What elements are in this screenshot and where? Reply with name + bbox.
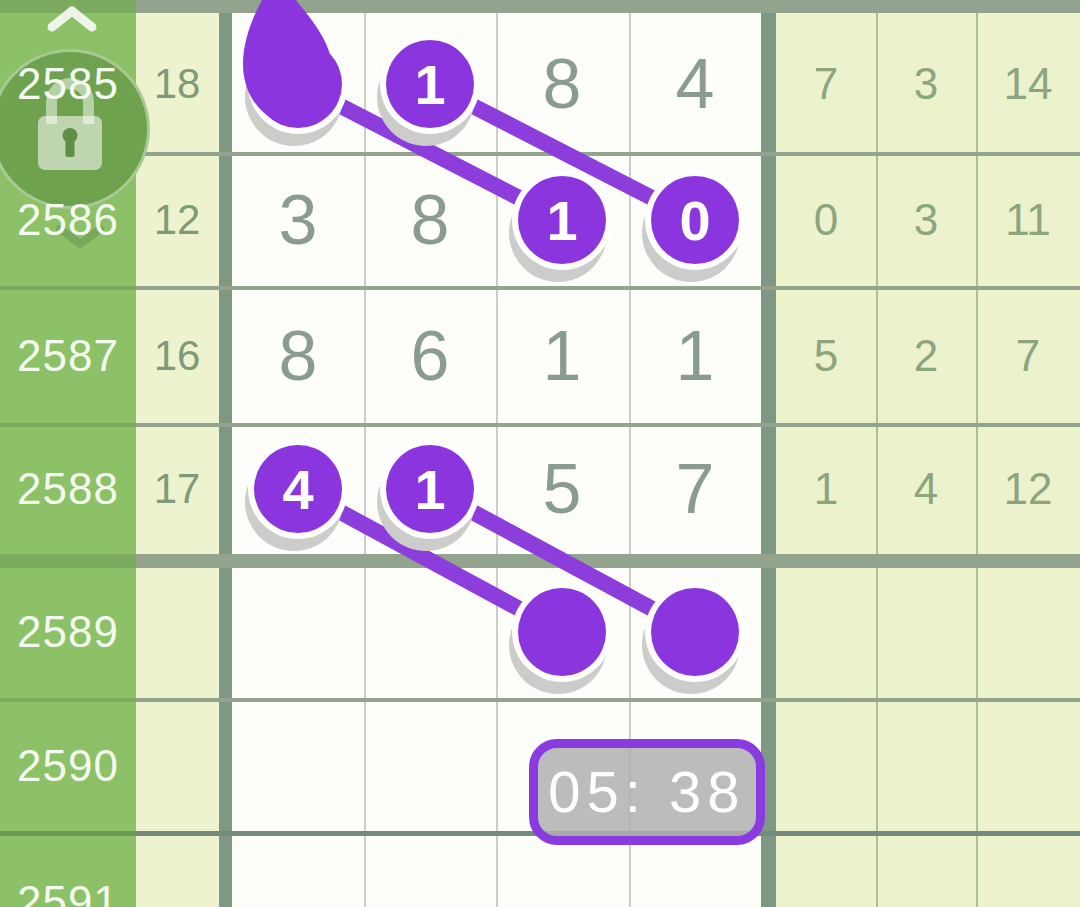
issue-label: 2588 — [17, 467, 119, 511]
selected-digit-circle[interactable] — [254, 445, 342, 533]
left-divider — [219, 0, 232, 907]
countdown-value: 05: 38 — [548, 763, 745, 821]
digit-cell[interactable]: 6 — [411, 321, 450, 391]
digit-cell[interactable]: 8 — [543, 49, 582, 119]
digit-cell[interactable]: 5 — [543, 454, 582, 524]
issue-label: 2585 — [17, 62, 119, 106]
column-border — [496, 13, 498, 907]
extra-cell: 4 — [914, 467, 938, 511]
issue-label: 2589 — [17, 610, 119, 654]
issue-label: 2587 — [17, 334, 119, 378]
digit-cell[interactable]: 1 — [543, 321, 582, 391]
stats-area-bg — [776, 0, 1080, 907]
selected-digit-circle[interactable] — [518, 176, 606, 264]
pending-dot[interactable] — [651, 588, 739, 676]
column-border — [364, 13, 366, 907]
extra-cell: 12 — [1004, 467, 1053, 511]
row-border — [0, 698, 1080, 702]
extra-cell: 1 — [814, 467, 838, 511]
row-border — [0, 0, 1080, 13]
digit-cell[interactable]: 8 — [411, 185, 450, 255]
row-border — [0, 423, 1080, 427]
sum-cell: 17 — [154, 468, 201, 510]
row-border — [0, 286, 1080, 290]
sum-cell: 16 — [154, 335, 201, 377]
column-border — [876, 13, 878, 907]
sum-cell: 18 — [154, 63, 201, 105]
extra-cell: 3 — [914, 198, 938, 242]
selected-digit-circle[interactable] — [386, 40, 474, 128]
extra-cell: 7 — [814, 62, 838, 106]
row-border — [0, 152, 1080, 156]
trend-chart-board: 2585188473142586123803112587168611527258… — [0, 0, 1080, 907]
extra-cell: 3 — [914, 62, 938, 106]
pending-dot[interactable] — [518, 588, 606, 676]
extra-cell: 0 — [814, 198, 838, 242]
issue-label: 2591 — [17, 880, 119, 907]
row-border — [0, 554, 1080, 568]
chevron-up-icon[interactable] — [44, 4, 100, 32]
digit-cell[interactable]: 1 — [676, 321, 715, 391]
sum-cell: 12 — [154, 199, 201, 241]
extra-cell: 5 — [814, 334, 838, 378]
selected-digit-circle[interactable] — [386, 445, 474, 533]
issue-label: 2590 — [17, 744, 119, 788]
extra-cell: 14 — [1004, 62, 1053, 106]
digit-cell[interactable]: 4 — [676, 49, 715, 119]
countdown-timer: 05: 38 — [529, 739, 765, 845]
digit-cell[interactable]: 7 — [676, 454, 715, 524]
extra-cell: 11 — [1005, 198, 1051, 242]
extra-cell: 2 — [914, 334, 938, 378]
selected-digit-circle[interactable] — [651, 176, 739, 264]
digit-cell[interactable]: 8 — [279, 321, 318, 391]
column-border — [976, 13, 978, 907]
digit-cell[interactable]: 3 — [279, 185, 318, 255]
issue-label: 2586 — [17, 198, 119, 242]
extra-cell: 7 — [1016, 334, 1040, 378]
